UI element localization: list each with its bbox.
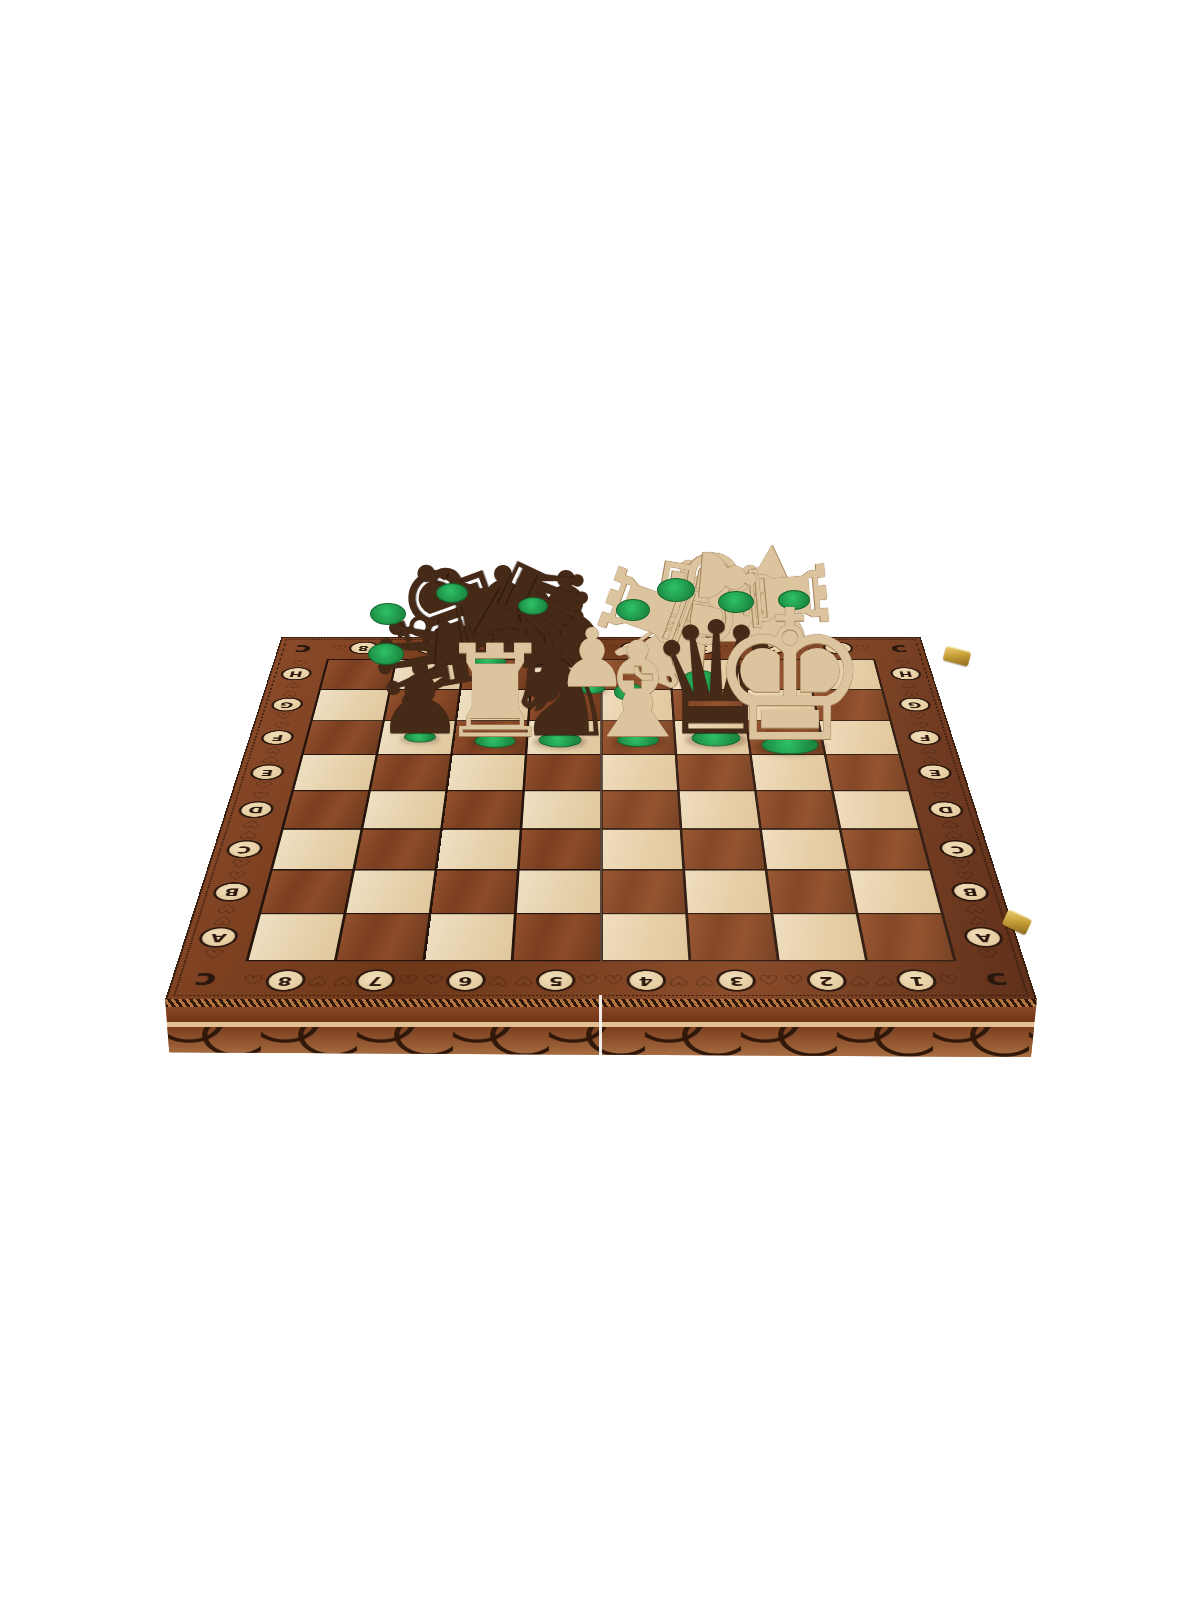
heart-ornament-icon: ♡ bbox=[757, 974, 780, 987]
board-square bbox=[520, 829, 600, 869]
board-square bbox=[672, 690, 744, 721]
corner-ornament: ɔ bbox=[957, 961, 1037, 1000]
board-square bbox=[850, 870, 941, 912]
board-square bbox=[457, 690, 529, 721]
heart-ornament-icon: ♡ bbox=[951, 859, 974, 870]
heart-ornament-icon: ♡ bbox=[238, 829, 260, 840]
board-square bbox=[443, 791, 523, 828]
coord-cell: ♡H♡ bbox=[875, 659, 937, 689]
heart-ornament-icon: ♡ bbox=[668, 974, 690, 987]
board-square bbox=[337, 914, 429, 959]
corner-ornament: ɔ bbox=[869, 637, 927, 659]
heart-ornament-icon: ♡ bbox=[211, 915, 235, 927]
heart-ornament-icon: ♡ bbox=[396, 974, 419, 987]
board-square bbox=[273, 829, 361, 869]
far-coordinate-band: ♡8♡♡7♡♡6♡♡5♡♡4♡♡3♡♡2♡♡1♡ bbox=[327, 637, 875, 659]
board-square bbox=[859, 914, 954, 959]
coord-label-left-E: E bbox=[248, 764, 286, 780]
board-square bbox=[762, 829, 847, 869]
coord-label-far-3: 3 bbox=[687, 642, 718, 654]
board-square bbox=[743, 690, 817, 721]
heart-ornament-icon: ♡ bbox=[241, 818, 263, 828]
board-square bbox=[378, 722, 455, 755]
chess-piece-light-bishop: ♝ bbox=[677, 516, 820, 653]
board-square bbox=[363, 791, 445, 828]
heart-ornament-icon: ♡ bbox=[719, 644, 736, 651]
board-square bbox=[525, 755, 600, 790]
coord-label-right-F: F bbox=[906, 730, 943, 745]
board-square bbox=[514, 914, 600, 959]
board-square bbox=[747, 722, 824, 755]
board-square bbox=[602, 660, 670, 689]
board-square bbox=[685, 870, 770, 912]
board-square bbox=[682, 829, 764, 869]
coord-cell: ♡G♡ bbox=[883, 689, 947, 721]
heart-ornament-icon: ♡ bbox=[422, 974, 445, 987]
heart-ornament-icon: ♡ bbox=[967, 915, 991, 927]
box-fold-gap bbox=[599, 995, 602, 1059]
coord-cell: ♡4♡ bbox=[601, 637, 670, 659]
heart-ornament-icon: ♡ bbox=[872, 974, 896, 987]
coord-cell: ♡3♡ bbox=[690, 961, 784, 1000]
coord-cell: ♡5♡ bbox=[510, 961, 602, 1000]
coord-label-right-D: D bbox=[926, 801, 965, 818]
board-square bbox=[757, 791, 839, 828]
board-square bbox=[294, 755, 376, 790]
heart-ornament-icon: ♡ bbox=[900, 681, 919, 689]
board-square bbox=[523, 791, 600, 828]
coord-label-right-C: C bbox=[937, 840, 978, 858]
heart-ornament-icon: ♡ bbox=[911, 721, 931, 730]
coord-cell: ♡F♡ bbox=[892, 721, 958, 755]
coord-cell: ♡5♡ bbox=[532, 637, 601, 659]
corner-ornament: ɔ bbox=[165, 961, 245, 1000]
coord-cell: ♡8♡ bbox=[327, 637, 400, 659]
board-square bbox=[679, 791, 759, 828]
coord-cell: ♡H♡ bbox=[265, 659, 327, 689]
board-square bbox=[688, 914, 777, 959]
board-square bbox=[426, 914, 515, 959]
heart-ornament-icon: ♡ bbox=[918, 745, 938, 754]
board-square bbox=[841, 829, 929, 869]
board-square bbox=[602, 791, 679, 828]
coord-cell: ♡A♡ bbox=[177, 914, 258, 961]
coord-cell: ♡2♡ bbox=[735, 637, 806, 659]
coord-label-left-D: D bbox=[236, 801, 275, 818]
brass-latch bbox=[943, 645, 972, 666]
heart-ornament-icon: ♡ bbox=[398, 644, 415, 651]
product-photo-canvas: ɔ ɔ ɔ ɔ ♡8♡♡7♡♡6♡♡5♡♡4♡♡3♡♡2♡♡1♡ ♡8♡♡7♡♡… bbox=[0, 0, 1200, 1600]
heart-ornament-icon: ♡ bbox=[535, 644, 551, 651]
felt-pad bbox=[616, 599, 650, 621]
coord-cell: ♡E♡ bbox=[901, 755, 970, 791]
coord-cell: ♡6♡ bbox=[418, 961, 512, 1000]
coord-label-left-H: H bbox=[279, 667, 313, 680]
heart-ornament-icon: ♡ bbox=[854, 644, 872, 651]
heart-ornament-icon: ♡ bbox=[693, 974, 715, 987]
coord-label-near-2: 2 bbox=[805, 969, 848, 991]
felt-pad bbox=[657, 578, 695, 602]
coord-cell: ♡C♡ bbox=[921, 829, 995, 870]
coord-label-near-6: 6 bbox=[445, 969, 487, 991]
board-square bbox=[304, 722, 383, 755]
board-square bbox=[602, 690, 672, 721]
heart-ornament-icon: ♡ bbox=[241, 974, 266, 987]
coord-cell: ♡1♡ bbox=[868, 961, 967, 1000]
coord-label-right-B: B bbox=[949, 882, 991, 901]
heart-ornament-icon: ♡ bbox=[902, 689, 921, 697]
board-square bbox=[773, 914, 865, 959]
heart-ornament-icon: ♡ bbox=[261, 755, 281, 764]
board-square bbox=[517, 870, 600, 912]
board-square bbox=[602, 755, 677, 790]
corner-ornament: ɔ bbox=[274, 637, 332, 659]
coord-label-far-5: 5 bbox=[552, 642, 582, 654]
coord-label-left-C: C bbox=[224, 840, 265, 858]
coord-cell: ♡6♡ bbox=[464, 637, 534, 659]
heart-ornament-icon: ♡ bbox=[942, 829, 964, 840]
board-square bbox=[347, 870, 435, 912]
coord-label-near-1: 1 bbox=[894, 969, 939, 991]
coord-label-near-3: 3 bbox=[716, 969, 758, 991]
heart-ornament-icon: ♡ bbox=[583, 644, 599, 651]
coord-cell: ♡1♡ bbox=[802, 637, 875, 659]
heart-ornament-icon: ♡ bbox=[466, 644, 483, 651]
coord-cell: ♡F♡ bbox=[244, 721, 310, 755]
heart-ornament-icon: ♡ bbox=[290, 659, 308, 667]
board-square bbox=[530, 690, 600, 721]
felt-pad bbox=[778, 590, 810, 610]
chess-piece-light-pawn: ♟ bbox=[686, 540, 768, 615]
board-square bbox=[438, 829, 520, 869]
coord-label-left-F: F bbox=[259, 730, 296, 745]
coord-label-near-5: 5 bbox=[536, 969, 576, 991]
coord-label-near-4: 4 bbox=[626, 969, 666, 991]
board-square bbox=[249, 914, 344, 959]
coord-label-left-G: G bbox=[269, 698, 304, 712]
chess-piece-light-pawn: ♟ bbox=[677, 547, 767, 647]
coord-label-far-7: 7 bbox=[416, 642, 448, 654]
coord-label-right-H: H bbox=[889, 667, 923, 680]
heart-ornament-icon: ♡ bbox=[201, 948, 226, 961]
board-square bbox=[453, 722, 527, 755]
board-square bbox=[528, 722, 600, 755]
heart-ornament-icon: ♡ bbox=[264, 745, 284, 754]
heart-ornament-icon: ♡ bbox=[921, 755, 941, 764]
felt-pad bbox=[436, 583, 468, 603]
heart-ornament-icon: ♡ bbox=[250, 791, 271, 801]
board-square bbox=[532, 660, 600, 689]
coord-cell: ♡D♡ bbox=[220, 791, 292, 829]
coord-cell: ♡7♡ bbox=[395, 637, 466, 659]
heart-ornament-icon: ♡ bbox=[928, 781, 949, 791]
board-square bbox=[670, 660, 740, 689]
coord-label-far-2: 2 bbox=[755, 642, 787, 654]
heart-ornament-icon: ♡ bbox=[487, 974, 509, 987]
felt-pad bbox=[370, 603, 406, 625]
coord-label-left-B: B bbox=[211, 882, 253, 901]
heart-ornament-icon: ♡ bbox=[229, 859, 252, 870]
board-square bbox=[321, 660, 395, 689]
coord-label-near-8: 8 bbox=[263, 969, 308, 991]
coord-label-right-A: A bbox=[962, 927, 1006, 948]
coord-label-near-7: 7 bbox=[354, 969, 397, 991]
board-square bbox=[602, 914, 688, 959]
heart-ornament-icon: ♡ bbox=[670, 644, 687, 651]
heart-ornament-icon: ♡ bbox=[512, 974, 534, 987]
board-square bbox=[462, 660, 532, 689]
board-square bbox=[355, 829, 440, 869]
heart-ornament-icon: ♡ bbox=[447, 644, 464, 651]
coord-cell: ♡8♡ bbox=[235, 961, 334, 1000]
heart-ornament-icon: ♡ bbox=[331, 974, 355, 987]
board-square bbox=[261, 870, 352, 912]
heart-ornament-icon: ♡ bbox=[963, 902, 987, 914]
heart-ornament-icon: ♡ bbox=[284, 681, 303, 689]
heart-ornament-icon: ♡ bbox=[847, 974, 871, 987]
heart-ornament-icon: ♡ bbox=[603, 644, 619, 651]
heart-ornament-icon: ♡ bbox=[976, 948, 1001, 961]
felt-pad bbox=[718, 591, 754, 613]
chess-board: ɔ ɔ ɔ ɔ ♡8♡♡7♡♡6♡♡5♡♡4♡♡3♡♡2♡♡1♡ ♡8♡♡7♡♡… bbox=[165, 637, 1037, 1000]
heart-ornament-icon: ♡ bbox=[805, 644, 823, 651]
coord-label-left-A: A bbox=[196, 927, 240, 948]
board-square bbox=[602, 722, 674, 755]
board-square bbox=[677, 755, 754, 790]
coord-label-right-G: G bbox=[897, 698, 932, 712]
heart-ornament-icon: ♡ bbox=[651, 644, 667, 651]
board-square bbox=[826, 755, 908, 790]
coord-cell: ♡2♡ bbox=[779, 961, 876, 1000]
heart-ornament-icon: ♡ bbox=[515, 644, 532, 651]
coord-label-far-8: 8 bbox=[347, 642, 380, 654]
board-square bbox=[284, 791, 368, 828]
coord-cell: ♡B♡ bbox=[193, 870, 270, 914]
coord-cell: ♡3♡ bbox=[668, 637, 738, 659]
heart-ornament-icon: ♡ bbox=[738, 644, 755, 651]
board-square bbox=[752, 755, 831, 790]
chess-piece-light-rook: ♜ bbox=[732, 546, 843, 647]
heart-ornament-icon: ♡ bbox=[253, 781, 274, 791]
heart-ornament-icon: ♡ bbox=[330, 644, 348, 651]
coord-cell: ♡4♡ bbox=[601, 961, 693, 1000]
playing-area bbox=[245, 659, 956, 961]
board-square bbox=[675, 722, 749, 755]
felt-pad bbox=[518, 597, 548, 615]
board-square bbox=[820, 722, 899, 755]
coord-cell: ♡C♡ bbox=[207, 829, 281, 870]
heart-ornament-icon: ♡ bbox=[937, 974, 962, 987]
coord-cell: ♡A♡ bbox=[944, 914, 1025, 961]
board-square bbox=[739, 660, 811, 689]
board-square bbox=[602, 870, 685, 912]
heart-ornament-icon: ♡ bbox=[939, 818, 961, 828]
board-square bbox=[807, 660, 881, 689]
board-square bbox=[432, 870, 517, 912]
heart-ornament-icon: ♡ bbox=[954, 870, 977, 881]
board-square bbox=[313, 690, 389, 721]
coord-cell: ♡G♡ bbox=[255, 689, 319, 721]
heart-ornament-icon: ♡ bbox=[893, 659, 911, 667]
coord-cell: ♡7♡ bbox=[327, 961, 424, 1000]
board-square bbox=[385, 690, 459, 721]
heart-ornament-icon: ♡ bbox=[271, 721, 291, 730]
board-square bbox=[767, 870, 855, 912]
coord-cell: ♡E♡ bbox=[232, 755, 301, 791]
heart-ornament-icon: ♡ bbox=[783, 974, 806, 987]
board-square bbox=[834, 791, 918, 828]
heart-ornament-icon: ♡ bbox=[578, 974, 599, 987]
board-square bbox=[448, 755, 525, 790]
coord-label-far-1: 1 bbox=[822, 642, 855, 654]
coord-cell: ♡D♡ bbox=[911, 791, 983, 829]
board-square bbox=[391, 660, 463, 689]
coord-label-far-6: 6 bbox=[484, 642, 515, 654]
coord-label-right-E: E bbox=[916, 764, 954, 780]
heart-ornament-icon: ♡ bbox=[931, 791, 952, 801]
board-square bbox=[602, 829, 682, 869]
heart-ornament-icon: ♡ bbox=[225, 870, 248, 881]
heart-ornament-icon: ♡ bbox=[274, 712, 294, 721]
board-square bbox=[813, 690, 889, 721]
board-square bbox=[371, 755, 450, 790]
heart-ornament-icon: ♡ bbox=[306, 974, 330, 987]
heart-ornament-icon: ♡ bbox=[379, 644, 397, 651]
coord-label-far-4: 4 bbox=[620, 642, 650, 654]
heart-ornament-icon: ♡ bbox=[215, 902, 239, 914]
heart-ornament-icon: ♡ bbox=[786, 644, 803, 651]
heart-ornament-icon: ♡ bbox=[909, 712, 929, 721]
heart-ornament-icon: ♡ bbox=[603, 974, 624, 987]
coord-cell: ♡B♡ bbox=[932, 870, 1009, 914]
heart-ornament-icon: ♡ bbox=[281, 689, 300, 697]
